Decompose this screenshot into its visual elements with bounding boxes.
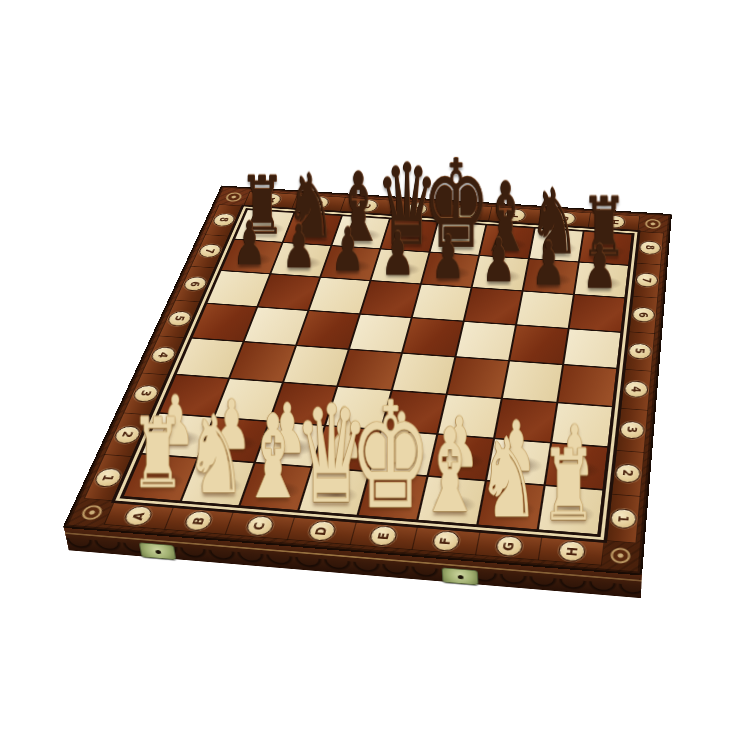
square-b6[interactable] (258, 274, 319, 309)
square-d6[interactable] (361, 281, 420, 317)
coordinate-medallion-right-2: 2 (615, 462, 642, 482)
coordinate-medallion-top-B: B (306, 196, 331, 210)
label-cell: H (588, 212, 640, 230)
label-cell: D (389, 200, 442, 218)
square-h6[interactable] (570, 295, 625, 331)
square-e8[interactable] (431, 222, 486, 254)
square-h2[interactable] (546, 443, 608, 488)
square-c8[interactable] (332, 216, 388, 248)
square-f5[interactable] (457, 321, 515, 359)
coordinate-medallion-top-H: H (604, 214, 626, 228)
label-cell: C (225, 511, 294, 539)
corner-rosette-ornament (222, 190, 246, 203)
coordinate-medallion-right-4: 4 (624, 380, 649, 398)
square-f2[interactable] (429, 434, 493, 479)
square-f1[interactable] (418, 476, 484, 524)
brass-latch (442, 567, 479, 585)
coordinate-medallion-bottom-G: G (494, 534, 524, 556)
square-e1[interactable] (359, 472, 426, 519)
coordinate-medallion-left-7: 7 (197, 243, 224, 258)
square-h8[interactable] (580, 231, 632, 264)
coordinate-medallion-bottom-H: H (558, 539, 587, 561)
label-cell: H (538, 536, 605, 565)
square-c5[interactable] (297, 311, 358, 348)
coordinate-medallion-top-A: A (258, 193, 283, 206)
square-e7[interactable] (422, 252, 478, 286)
label-cell: B (163, 506, 233, 534)
coordinate-medallion-bottom-F: F (431, 529, 461, 551)
label-cell: F (412, 526, 480, 555)
label-cell: E (439, 203, 492, 221)
square-b5[interactable] (245, 307, 307, 344)
label-cell: 8 (636, 231, 664, 264)
square-g6[interactable] (517, 291, 573, 327)
square-b8[interactable] (284, 213, 341, 245)
square-h7[interactable] (575, 262, 628, 297)
corner-rosette-ornament (607, 544, 634, 566)
square-b7[interactable] (271, 243, 330, 277)
square-c4[interactable] (284, 346, 347, 385)
square-e3[interactable] (382, 391, 445, 433)
square-e5[interactable] (403, 318, 462, 356)
coordinate-medallion-top-G: G (553, 211, 576, 225)
coordinate-medallion-left-6: 6 (181, 276, 209, 291)
label-cell: 7 (632, 262, 661, 297)
square-d2[interactable] (313, 426, 379, 470)
square-e2[interactable] (371, 430, 436, 475)
coordinate-medallion-left-2: 2 (112, 424, 144, 443)
square-e6[interactable] (413, 284, 471, 320)
square-c7[interactable] (321, 246, 379, 280)
square-c2[interactable] (256, 422, 324, 466)
coordinate-medallion-top-E: E (454, 205, 478, 219)
coordinate-medallion-bottom-D: D (306, 519, 337, 541)
coordinate-medallion-bottom-E: E (368, 524, 399, 546)
square-h1[interactable] (539, 486, 603, 534)
square-c1[interactable] (241, 463, 311, 510)
label-cell: 4 (620, 368, 652, 409)
label-cell: C (340, 197, 394, 215)
square-g8[interactable] (530, 228, 583, 261)
square-d5[interactable] (350, 314, 410, 352)
label-cell: G (475, 531, 542, 560)
label-cell: 1 (606, 493, 641, 543)
square-c6[interactable] (310, 277, 370, 312)
square-h4[interactable] (558, 365, 616, 406)
chess-board: ABCDEFGH ABCDEFGH 87654321 87654321 ♜♞♝♛… (63, 185, 672, 575)
square-c3[interactable] (271, 383, 336, 425)
coordinate-medallion-right-8: 8 (639, 240, 661, 255)
brass-latch (138, 542, 176, 560)
coordinate-medallion-left-1: 1 (92, 467, 125, 487)
label-cell: E (349, 521, 417, 549)
square-f6[interactable] (465, 288, 522, 324)
square-b4[interactable] (230, 342, 294, 381)
corner-rosette-ornament (76, 502, 108, 522)
label-cell: A (103, 502, 172, 530)
square-f8[interactable] (480, 225, 534, 258)
square-g2[interactable] (487, 439, 550, 484)
square-e4[interactable] (393, 353, 454, 393)
square-g4[interactable] (503, 361, 562, 401)
coordinate-medallion-left-3: 3 (131, 384, 161, 402)
square-d1[interactable] (300, 467, 369, 514)
square-g5[interactable] (510, 325, 567, 363)
play-area: ♜♞♝♛♚♝♞♜♟♟♟♟♟♟♟♟♟♟♟♟♟♟♟♟♜♞♝♛♚♝♞♜ (115, 206, 637, 539)
square-d4[interactable] (338, 349, 400, 389)
label-cell: F (488, 206, 541, 224)
coordinate-medallion-left-5: 5 (165, 310, 193, 326)
square-g1[interactable] (479, 481, 544, 529)
coordinate-medallion-right-6: 6 (632, 306, 656, 322)
label-cell: A (243, 191, 296, 208)
coordinate-medallion-right-1: 1 (610, 508, 638, 530)
square-f4[interactable] (448, 357, 508, 397)
coordinate-medallion-left-4: 4 (149, 346, 178, 363)
coordinate-medallion-right-7: 7 (635, 272, 658, 287)
coordinate-medallion-top-D: D (404, 202, 428, 216)
corner-rosette-ornament (642, 217, 663, 230)
coordinate-medallion-right-3: 3 (619, 420, 645, 439)
coordinate-medallion-left-8: 8 (211, 212, 237, 226)
label-cell: D (287, 516, 356, 544)
coordinate-medallion-right-5: 5 (628, 342, 652, 359)
square-g3[interactable] (495, 399, 556, 442)
square-d3[interactable] (326, 387, 390, 429)
square-d8[interactable] (381, 219, 436, 251)
coordinate-medallion-bottom-C: C (244, 514, 276, 536)
label-cell: 3 (616, 407, 649, 451)
square-f7[interactable] (473, 256, 528, 290)
coordinate-medallion-top-F: F (503, 208, 526, 222)
label-cell: G (538, 209, 590, 227)
label-cell: 6 (629, 296, 659, 333)
coordinate-medallion-top-C: C (355, 199, 379, 213)
scene: ABCDEFGH ABCDEFGH 87654321 87654321 ♜♞♝♛… (0, 0, 740, 737)
square-d7[interactable] (372, 249, 429, 283)
square-f3[interactable] (439, 395, 501, 437)
coordinate-medallion-bottom-A: A (122, 505, 155, 526)
square-g7[interactable] (524, 259, 578, 293)
label-cell: 2 (611, 449, 645, 496)
square-h3[interactable] (552, 403, 612, 446)
label-cell: 5 (625, 331, 656, 370)
square-h5[interactable] (564, 329, 620, 367)
label-cell: B (291, 194, 345, 211)
coordinate-medallion-bottom-B: B (183, 509, 216, 531)
